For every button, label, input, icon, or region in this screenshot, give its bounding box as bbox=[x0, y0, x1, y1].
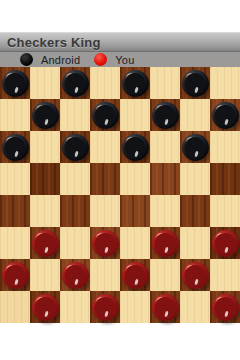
square-r4c7[interactable] bbox=[180, 163, 210, 195]
square-r3c5[interactable]: ● bbox=[120, 131, 150, 163]
black-piece[interactable]: ● bbox=[2, 70, 29, 97]
square-r8c6[interactable]: ● bbox=[150, 291, 180, 323]
square-r6c7[interactable] bbox=[180, 227, 210, 259]
black-piece[interactable]: ● bbox=[92, 102, 119, 129]
red-piece[interactable]: ● bbox=[62, 262, 89, 289]
piece-glyph: ● bbox=[183, 68, 207, 96]
square-r2c6[interactable]: ● bbox=[150, 99, 180, 131]
square-r8c8[interactable]: ● bbox=[210, 291, 240, 323]
black-piece[interactable]: ● bbox=[62, 134, 89, 161]
square-r7c7[interactable]: ● bbox=[180, 259, 210, 291]
title-bar: Checkers King bbox=[0, 32, 240, 52]
piece-glyph: ● bbox=[213, 292, 237, 320]
square-r8c5[interactable] bbox=[120, 291, 150, 323]
square-r8c7[interactable] bbox=[180, 291, 210, 323]
piece-glyph: ● bbox=[123, 132, 147, 160]
square-r3c2[interactable] bbox=[30, 131, 60, 163]
black-piece[interactable]: ● bbox=[62, 70, 89, 97]
square-r5c2[interactable] bbox=[30, 195, 60, 227]
square-r2c2[interactable]: ● bbox=[30, 99, 60, 131]
square-r6c8[interactable]: ● bbox=[210, 227, 240, 259]
square-r8c1[interactable] bbox=[0, 291, 30, 323]
piece-glyph: ● bbox=[123, 68, 147, 96]
square-r1c3[interactable]: ● bbox=[60, 67, 90, 99]
black-player-dot-icon bbox=[20, 53, 33, 66]
square-r4c5[interactable] bbox=[120, 163, 150, 195]
red-piece[interactable]: ● bbox=[152, 294, 179, 321]
square-r3c8[interactable] bbox=[210, 131, 240, 163]
square-r5c3[interactable] bbox=[60, 195, 90, 227]
square-r7c4[interactable] bbox=[90, 259, 120, 291]
square-r3c3[interactable]: ● bbox=[60, 131, 90, 163]
piece-glyph: ● bbox=[93, 228, 117, 256]
square-r2c1[interactable] bbox=[0, 99, 30, 131]
piece-glyph: ● bbox=[3, 260, 27, 288]
square-r3c1[interactable]: ● bbox=[0, 131, 30, 163]
piece-glyph: ● bbox=[3, 132, 27, 160]
black-piece[interactable]: ● bbox=[122, 70, 149, 97]
piece-glyph: ● bbox=[63, 68, 87, 96]
square-r8c2[interactable]: ● bbox=[30, 291, 60, 323]
piece-glyph: ● bbox=[93, 292, 117, 320]
square-r2c3[interactable] bbox=[60, 99, 90, 131]
red-piece[interactable]: ● bbox=[182, 262, 209, 289]
square-r5c6[interactable] bbox=[150, 195, 180, 227]
red-player-label: You bbox=[115, 54, 134, 66]
square-r6c6[interactable]: ● bbox=[150, 227, 180, 259]
red-piece[interactable]: ● bbox=[122, 262, 149, 289]
square-r3c6[interactable] bbox=[150, 131, 180, 163]
square-r7c8[interactable] bbox=[210, 259, 240, 291]
piece-glyph: ● bbox=[153, 292, 177, 320]
square-r6c5[interactable] bbox=[120, 227, 150, 259]
square-r4c3[interactable] bbox=[60, 163, 90, 195]
piece-glyph: ● bbox=[33, 228, 57, 256]
bottom-blank-area bbox=[0, 323, 240, 360]
black-piece[interactable]: ● bbox=[182, 70, 209, 97]
red-piece[interactable]: ● bbox=[92, 294, 119, 321]
piece-glyph: ● bbox=[213, 228, 237, 256]
square-r7c2[interactable] bbox=[30, 259, 60, 291]
red-piece[interactable]: ● bbox=[32, 294, 59, 321]
square-r2c5[interactable] bbox=[120, 99, 150, 131]
red-piece[interactable]: ● bbox=[92, 230, 119, 257]
square-r1c5[interactable]: ● bbox=[120, 67, 150, 99]
status-bar bbox=[0, 0, 240, 32]
square-r5c1[interactable] bbox=[0, 195, 30, 227]
square-r8c4[interactable]: ● bbox=[90, 291, 120, 323]
square-r3c4[interactable] bbox=[90, 131, 120, 163]
square-r5c4[interactable] bbox=[90, 195, 120, 227]
piece-glyph: ● bbox=[123, 260, 147, 288]
square-r4c6[interactable] bbox=[150, 163, 180, 195]
square-r6c3[interactable] bbox=[60, 227, 90, 259]
piece-glyph: ● bbox=[33, 292, 57, 320]
black-player-label: Android bbox=[41, 54, 80, 66]
square-r1c1[interactable]: ● bbox=[0, 67, 30, 99]
square-r3c7[interactable]: ● bbox=[180, 131, 210, 163]
square-r5c8[interactable] bbox=[210, 195, 240, 227]
square-r2c4[interactable]: ● bbox=[90, 99, 120, 131]
square-r1c7[interactable]: ● bbox=[180, 67, 210, 99]
piece-glyph: ● bbox=[213, 100, 237, 128]
piece-glyph: ● bbox=[63, 260, 87, 288]
square-r2c8[interactable]: ● bbox=[210, 99, 240, 131]
red-piece[interactable]: ● bbox=[212, 230, 239, 257]
piece-glyph: ● bbox=[153, 100, 177, 128]
square-r6c4[interactable]: ● bbox=[90, 227, 120, 259]
red-piece[interactable]: ● bbox=[32, 230, 59, 257]
square-r7c1[interactable]: ● bbox=[0, 259, 30, 291]
black-piece[interactable]: ● bbox=[152, 102, 179, 129]
square-r6c2[interactable]: ● bbox=[30, 227, 60, 259]
piece-glyph: ● bbox=[183, 132, 207, 160]
red-piece[interactable]: ● bbox=[212, 294, 239, 321]
piece-glyph: ● bbox=[63, 132, 87, 160]
square-r8c3[interactable] bbox=[60, 291, 90, 323]
app-title: Checkers King bbox=[7, 35, 101, 50]
piece-glyph: ● bbox=[3, 68, 27, 96]
square-r6c1[interactable] bbox=[0, 227, 30, 259]
square-r7c5[interactable]: ● bbox=[120, 259, 150, 291]
black-piece[interactable]: ● bbox=[2, 134, 29, 161]
piece-glyph: ● bbox=[153, 228, 177, 256]
square-r1c2[interactable] bbox=[30, 67, 60, 99]
square-r7c6[interactable] bbox=[150, 259, 180, 291]
square-r4c4[interactable] bbox=[90, 163, 120, 195]
piece-glyph: ● bbox=[33, 100, 57, 128]
square-r1c6[interactable] bbox=[150, 67, 180, 99]
black-piece[interactable]: ● bbox=[212, 102, 239, 129]
square-r4c1[interactable] bbox=[0, 163, 30, 195]
board: ●●●●●●●●●●●●●●●●●●●●●●●● bbox=[0, 67, 240, 323]
black-piece[interactable]: ● bbox=[182, 134, 209, 161]
square-r2c7[interactable] bbox=[180, 99, 210, 131]
square-r1c4[interactable] bbox=[90, 67, 120, 99]
square-r4c8[interactable] bbox=[210, 163, 240, 195]
black-piece[interactable]: ● bbox=[32, 102, 59, 129]
app-screen: Checkers King Android You ●●●●●●●●●●●●●●… bbox=[0, 0, 240, 360]
square-r5c5[interactable] bbox=[120, 195, 150, 227]
square-r4c2[interactable] bbox=[30, 163, 60, 195]
square-r5c7[interactable] bbox=[180, 195, 210, 227]
red-player-dot-icon bbox=[94, 53, 107, 66]
piece-glyph: ● bbox=[93, 100, 117, 128]
square-r7c3[interactable]: ● bbox=[60, 259, 90, 291]
red-piece[interactable]: ● bbox=[2, 262, 29, 289]
square-r1c8[interactable] bbox=[210, 67, 240, 99]
piece-glyph: ● bbox=[183, 260, 207, 288]
red-piece[interactable]: ● bbox=[152, 230, 179, 257]
black-piece[interactable]: ● bbox=[122, 134, 149, 161]
